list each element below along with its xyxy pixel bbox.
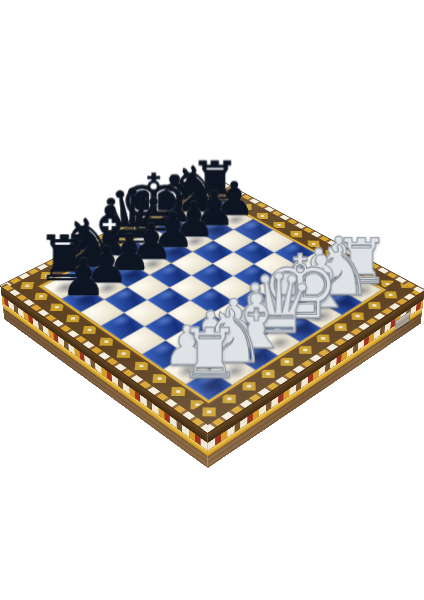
board-frame: ♜♞♝♛♚♝♞♜♟♟♟♟♟♟♟♟♟♟♟♟♟♟♟♟♜♞♝♛♚♝♞♜ bbox=[0, 178, 424, 433]
white-rook-glyph: ♜ bbox=[155, 320, 266, 389]
chess-set-photo: ♜♞♝♛♚♝♞♜♟♟♟♟♟♟♟♟♟♟♟♟♟♟♟♟♜♞♝♛♚♝♞♜ bbox=[0, 0, 424, 600]
black-pawn-glyph: ♟ bbox=[33, 252, 134, 303]
chess-board-3d: ♜♞♝♛♚♝♞♜♟♟♟♟♟♟♟♟♟♟♟♟♟♟♟♟♜♞♝♛♚♝♞♜ bbox=[0, 178, 424, 433]
